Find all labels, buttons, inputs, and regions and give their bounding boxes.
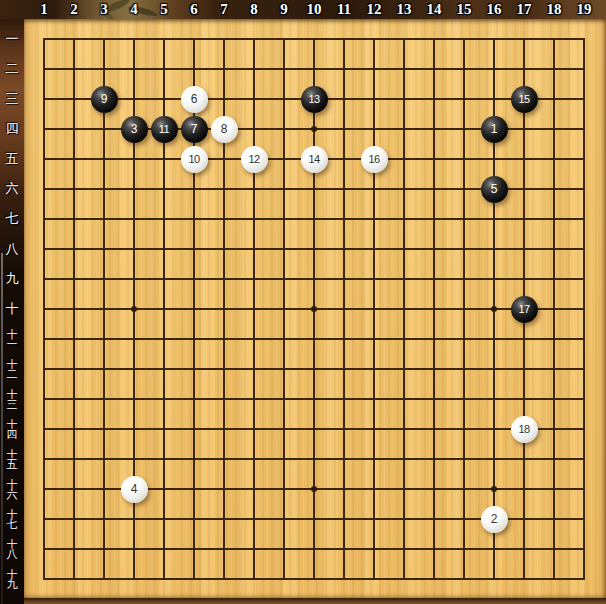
star-point xyxy=(311,486,317,492)
white-stone-move-6[interactable]: 6 xyxy=(181,86,208,113)
row-label-16: 十六 xyxy=(0,479,24,499)
black-stone-move-13[interactable]: 13 xyxy=(301,86,328,113)
column-label-19: 19 xyxy=(577,0,592,19)
white-stone-move-4[interactable]: 4 xyxy=(121,476,148,503)
column-label-5: 5 xyxy=(160,0,168,19)
column-label-18: 18 xyxy=(547,0,562,19)
row-label-19: 十九 xyxy=(0,569,24,589)
column-label-11: 11 xyxy=(337,0,351,19)
white-stone-move-18[interactable]: 18 xyxy=(511,416,538,443)
board-front-edge xyxy=(24,598,606,604)
board-grid[interactable]: 123456789101112131415161718 xyxy=(44,39,584,579)
row-label-15: 十五 xyxy=(0,449,24,469)
move-number: 3 xyxy=(131,123,138,135)
row-label-7: 七 xyxy=(0,212,24,226)
column-label-15: 15 xyxy=(457,0,472,19)
move-number: 1 xyxy=(491,123,498,135)
grid-line-vertical xyxy=(463,38,465,580)
row-label-4: 四 xyxy=(0,122,24,136)
black-stone-move-1[interactable]: 1 xyxy=(481,116,508,143)
row-label-6: 六 xyxy=(0,182,24,196)
row-label-2: 二 xyxy=(0,62,24,76)
star-point xyxy=(491,306,497,312)
move-number: 16 xyxy=(368,153,379,165)
star-point xyxy=(311,126,317,132)
star-point xyxy=(311,306,317,312)
column-label-3: 3 xyxy=(100,0,108,19)
row-label-14: 十四 xyxy=(0,419,24,439)
star-point xyxy=(491,486,497,492)
move-number: 4 xyxy=(131,483,138,495)
black-stone-move-9[interactable]: 9 xyxy=(91,86,118,113)
column-label-9: 9 xyxy=(280,0,288,19)
column-label-6: 6 xyxy=(190,0,198,19)
star-point xyxy=(131,306,137,312)
black-stone-move-15[interactable]: 15 xyxy=(511,86,538,113)
go-diagram: 12345678910111213141516171819 一二三四五六七八九十… xyxy=(0,0,606,604)
row-label-5: 五 xyxy=(0,152,24,166)
white-stone-move-14[interactable]: 14 xyxy=(301,146,328,173)
grid-line-vertical xyxy=(373,38,375,580)
grid-line-horizontal xyxy=(43,458,585,460)
column-label-14: 14 xyxy=(427,0,442,19)
row-label-strip: 一二三四五六七八九十十一十二十三十四十五十六十七十八十九 xyxy=(0,19,24,604)
grid-line-horizontal xyxy=(43,428,585,430)
black-stone-move-3[interactable]: 3 xyxy=(121,116,148,143)
white-stone-move-12[interactable]: 12 xyxy=(241,146,268,173)
column-label-12: 12 xyxy=(367,0,382,19)
row-label-13: 十三 xyxy=(0,389,24,409)
grid-line-vertical xyxy=(403,38,405,580)
grid-line-horizontal xyxy=(43,548,585,550)
move-number: 12 xyxy=(248,153,259,165)
row-label-18: 十八 xyxy=(0,539,24,559)
column-label-4: 4 xyxy=(130,0,138,19)
column-label-2: 2 xyxy=(70,0,78,19)
row-label-3: 三 xyxy=(0,92,24,106)
grid-line-horizontal xyxy=(43,368,585,370)
move-number: 17 xyxy=(518,303,529,315)
move-number: 10 xyxy=(188,153,199,165)
white-stone-move-16[interactable]: 16 xyxy=(361,146,388,173)
white-stone-move-8[interactable]: 8 xyxy=(211,116,238,143)
white-stone-move-2[interactable]: 2 xyxy=(481,506,508,533)
move-number: 9 xyxy=(101,93,108,105)
move-number: 15 xyxy=(518,93,529,105)
grid-line-horizontal xyxy=(43,578,585,580)
grid-line-horizontal xyxy=(43,338,585,340)
white-stone-move-10[interactable]: 10 xyxy=(181,146,208,173)
row-label-17: 十七 xyxy=(0,509,24,529)
column-label-1: 1 xyxy=(40,0,48,19)
column-label-17: 17 xyxy=(517,0,532,19)
go-board[interactable]: 123456789101112131415161718 xyxy=(24,19,606,598)
move-number: 8 xyxy=(221,123,228,135)
grid-line-horizontal xyxy=(43,398,585,400)
move-number: 2 xyxy=(491,513,498,525)
row-label-8: 八 xyxy=(0,242,24,256)
grid-line-vertical xyxy=(433,38,435,580)
move-number: 14 xyxy=(308,153,319,165)
column-label-strip: 12345678910111213141516171819 xyxy=(0,0,606,19)
move-number: 5 xyxy=(491,183,498,195)
move-number: 7 xyxy=(191,123,198,135)
row-label-10: 十 xyxy=(0,302,24,316)
grid-line-vertical xyxy=(583,38,585,580)
move-number: 18 xyxy=(518,423,529,435)
black-stone-move-7[interactable]: 7 xyxy=(181,116,208,143)
row-label-11: 十一 xyxy=(0,329,24,349)
grid-line-vertical xyxy=(553,38,555,580)
black-stone-move-11[interactable]: 11 xyxy=(151,116,178,143)
row-label-1: 一 xyxy=(0,32,24,46)
column-label-10: 10 xyxy=(307,0,322,19)
move-number: 13 xyxy=(308,93,319,105)
black-stone-move-17[interactable]: 17 xyxy=(511,296,538,323)
move-number: 6 xyxy=(191,93,198,105)
grid-line-vertical xyxy=(343,38,345,580)
column-label-16: 16 xyxy=(487,0,502,19)
move-number: 11 xyxy=(159,123,169,135)
column-label-13: 13 xyxy=(397,0,412,19)
column-label-8: 8 xyxy=(250,0,258,19)
black-stone-move-5[interactable]: 5 xyxy=(481,176,508,203)
row-label-12: 十二 xyxy=(0,359,24,379)
column-label-7: 7 xyxy=(220,0,228,19)
row-label-9: 九 xyxy=(0,272,24,286)
